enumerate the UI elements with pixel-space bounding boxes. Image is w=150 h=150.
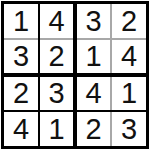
cell-r1c1[interactable]: 1 <box>4 4 38 38</box>
cell-r2c2[interactable]: 2 <box>40 40 73 73</box>
cell-r4c1[interactable]: 4 <box>4 112 38 146</box>
cell-r1c3[interactable]: 3 <box>77 4 110 38</box>
cell-r4c3[interactable]: 2 <box>77 112 110 146</box>
sudoku-board: 1 4 3 2 3 2 1 4 2 3 4 1 4 1 2 3 <box>1 1 149 149</box>
sudoku-grid: 1 4 3 2 3 2 1 4 2 3 4 1 4 1 2 3 <box>4 4 146 146</box>
cell-r3c4[interactable]: 1 <box>112 77 146 110</box>
cell-r1c4[interactable]: 2 <box>112 4 146 38</box>
cell-r4c4[interactable]: 3 <box>112 112 146 146</box>
cell-r4c2[interactable]: 1 <box>40 112 73 146</box>
cell-r3c3[interactable]: 4 <box>77 77 110 110</box>
cell-r2c3[interactable]: 1 <box>77 40 110 73</box>
cell-r3c2[interactable]: 3 <box>40 77 73 110</box>
cell-r2c4[interactable]: 4 <box>112 40 146 73</box>
cell-r2c1[interactable]: 3 <box>4 40 38 73</box>
cell-r3c1[interactable]: 2 <box>4 77 38 110</box>
cell-r1c2[interactable]: 4 <box>40 4 73 38</box>
